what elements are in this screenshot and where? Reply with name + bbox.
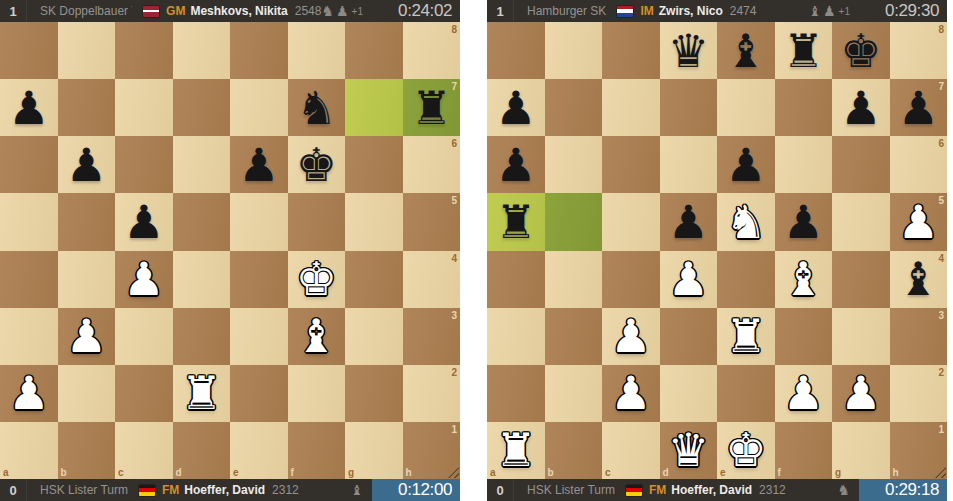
coord-rank-6: 6 bbox=[938, 138, 944, 149]
black-pawn: ♟ bbox=[0, 79, 58, 136]
square-h6[interactable]: 6 bbox=[403, 136, 461, 193]
player-bar-black-1: 1 SK Doppelbauer T… GM Meshkovs, Nikita … bbox=[0, 0, 460, 22]
board-unit-2: 1 Hamburger SK IM Zwirs, Nico 2474 ♝♟+1 … bbox=[487, 0, 947, 501]
square-f4[interactable]: ♝ bbox=[775, 251, 833, 308]
match-score: 1 bbox=[0, 0, 27, 22]
knight-icon: ♞ bbox=[837, 483, 850, 497]
white-rook: ♜ bbox=[717, 308, 775, 365]
bishop-icon: ♝ bbox=[808, 4, 821, 18]
square-e7[interactable] bbox=[717, 79, 775, 136]
square-d1[interactable]: ♛d bbox=[660, 422, 718, 479]
player-bar-white-2: 0 HSK Lister Turm FM Hoeffer, David 2312… bbox=[487, 479, 947, 501]
chess-board-2[interactable]: ♛♝♜♚8♟♟♟7♟♟6♜♟♞♟♟5♟♝♝4♟♜3♟♟♟2♜abc♛d♚efgh… bbox=[487, 22, 947, 479]
coord-rank-1: 1 bbox=[451, 424, 457, 435]
square-e2[interactable] bbox=[230, 365, 288, 422]
white-knight: ♞ bbox=[717, 193, 775, 250]
square-d2[interactable] bbox=[660, 365, 718, 422]
square-c8[interactable] bbox=[602, 22, 660, 79]
square-e7[interactable] bbox=[230, 79, 288, 136]
square-g1[interactable]: g bbox=[345, 422, 403, 479]
match-score: 0 bbox=[487, 479, 514, 501]
square-e8[interactable] bbox=[230, 22, 288, 79]
square-c5[interactable] bbox=[602, 193, 660, 250]
knight-icon: ♞ bbox=[321, 4, 334, 18]
player-rating: 2474 bbox=[730, 4, 757, 18]
player-name[interactable]: Hoeffer, David bbox=[184, 483, 265, 497]
square-g6[interactable] bbox=[832, 136, 890, 193]
black-bishop: ♝ bbox=[890, 251, 948, 308]
coord-rank-5: 5 bbox=[451, 195, 457, 206]
square-d8[interactable] bbox=[173, 22, 231, 79]
black-rook: ♜ bbox=[403, 79, 461, 136]
coord-file-c: c bbox=[118, 467, 124, 478]
square-h4[interactable]: 4 bbox=[403, 251, 461, 308]
square-f7[interactable]: ♞ bbox=[288, 79, 346, 136]
team-name: HSK Lister Turm bbox=[527, 483, 615, 497]
square-b8[interactable] bbox=[545, 22, 603, 79]
square-h5[interactable]: 5 bbox=[403, 193, 461, 250]
square-e2[interactable] bbox=[717, 365, 775, 422]
clock-white: 0:29:18 bbox=[859, 479, 947, 501]
match-score: 0 bbox=[0, 479, 27, 501]
square-e1[interactable]: e bbox=[230, 422, 288, 479]
square-g8[interactable]: ♚ bbox=[832, 22, 890, 79]
square-c7[interactable] bbox=[602, 79, 660, 136]
square-b7[interactable] bbox=[58, 79, 116, 136]
coord-file-f: f bbox=[291, 467, 294, 478]
material-diff-value: +1 bbox=[839, 6, 850, 17]
square-h1[interactable]: h1 bbox=[890, 422, 948, 479]
square-d6[interactable] bbox=[660, 136, 718, 193]
square-f5[interactable] bbox=[288, 193, 346, 250]
coord-rank-8: 8 bbox=[451, 24, 457, 35]
square-h8[interactable]: 8 bbox=[403, 22, 461, 79]
square-e8[interactable]: ♝ bbox=[717, 22, 775, 79]
white-queen: ♛ bbox=[660, 422, 718, 479]
square-b1[interactable]: b bbox=[58, 422, 116, 479]
square-c4[interactable] bbox=[602, 251, 660, 308]
square-e6[interactable]: ♟ bbox=[230, 136, 288, 193]
coord-file-c: c bbox=[605, 467, 611, 478]
square-h7[interactable]: ♜7 bbox=[403, 79, 461, 136]
square-e6[interactable]: ♟ bbox=[717, 136, 775, 193]
square-h3[interactable]: 3 bbox=[403, 308, 461, 365]
square-g3[interactable] bbox=[832, 308, 890, 365]
square-a1[interactable]: ♜a bbox=[487, 422, 545, 479]
white-pawn: ♟ bbox=[58, 308, 116, 365]
square-e4[interactable] bbox=[230, 251, 288, 308]
square-f1[interactable]: f bbox=[775, 422, 833, 479]
square-f5[interactable]: ♟ bbox=[775, 193, 833, 250]
coord-rank-4: 4 bbox=[451, 253, 457, 264]
square-a6[interactable] bbox=[0, 136, 58, 193]
square-c8[interactable] bbox=[115, 22, 173, 79]
black-pawn: ♟ bbox=[775, 193, 833, 250]
square-a8[interactable] bbox=[487, 22, 545, 79]
square-a6[interactable]: ♟ bbox=[487, 136, 545, 193]
player-name[interactable]: Hoeffer, David bbox=[671, 483, 752, 497]
black-pawn: ♟ bbox=[58, 136, 116, 193]
material-advantage: ♝♟+1 bbox=[808, 4, 850, 18]
bishop-icon: ♝ bbox=[350, 483, 363, 497]
black-pawn: ♟ bbox=[890, 79, 948, 136]
black-bishop: ♝ bbox=[717, 22, 775, 79]
square-h7[interactable]: ♟7 bbox=[890, 79, 948, 136]
square-a5[interactable] bbox=[0, 193, 58, 250]
square-d7[interactable] bbox=[660, 79, 718, 136]
square-e3[interactable] bbox=[230, 308, 288, 365]
white-pawn: ♟ bbox=[660, 251, 718, 308]
square-b2[interactable] bbox=[545, 365, 603, 422]
white-bishop: ♝ bbox=[288, 308, 346, 365]
square-d1[interactable]: d bbox=[173, 422, 231, 479]
clock-white: 0:12:00 bbox=[372, 479, 460, 501]
netherlands-flag-icon bbox=[617, 6, 633, 17]
black-pawn: ♟ bbox=[660, 193, 718, 250]
black-king: ♚ bbox=[288, 136, 346, 193]
square-h8[interactable]: 8 bbox=[890, 22, 948, 79]
square-a3[interactable] bbox=[487, 308, 545, 365]
black-pawn: ♟ bbox=[487, 79, 545, 136]
clock-black: 0:24:02 bbox=[372, 0, 460, 22]
coord-file-h: h bbox=[406, 467, 412, 478]
square-a1[interactable]: a bbox=[0, 422, 58, 479]
square-c3[interactable]: ♟ bbox=[602, 308, 660, 365]
match-score: 1 bbox=[487, 0, 514, 22]
square-g8[interactable] bbox=[345, 22, 403, 79]
black-pawn: ♟ bbox=[230, 136, 288, 193]
coord-file-b: b bbox=[548, 467, 554, 478]
chess-board-1[interactable]: 8♟♞♜7♟♟♚6♟5♟♚4♟♝3♟♜2abcdefgh1 bbox=[0, 22, 460, 479]
square-g7[interactable]: ♟ bbox=[832, 79, 890, 136]
square-f2[interactable]: ♟ bbox=[775, 365, 833, 422]
broadcast-boards: 1 SK Doppelbauer T… GM Meshkovs, Nikita … bbox=[0, 0, 953, 501]
coord-rank-8: 8 bbox=[938, 24, 944, 35]
player-title: GM bbox=[166, 4, 185, 18]
square-h4[interactable]: ♝4 bbox=[890, 251, 948, 308]
coord-rank-1: 1 bbox=[938, 424, 944, 435]
square-d6[interactable] bbox=[173, 136, 231, 193]
black-pawn: ♟ bbox=[115, 193, 173, 250]
square-d7[interactable] bbox=[173, 79, 231, 136]
team-name: Hamburger SK bbox=[527, 4, 606, 18]
team-name: HSK Lister Turm bbox=[40, 483, 128, 497]
square-f8[interactable]: ♜ bbox=[775, 22, 833, 79]
player-name[interactable]: Meshkovs, Nikita bbox=[190, 4, 287, 18]
white-pawn: ♟ bbox=[890, 193, 948, 250]
flag-stripe bbox=[139, 492, 155, 496]
square-f2[interactable] bbox=[288, 365, 346, 422]
coord-rank-2: 2 bbox=[451, 367, 457, 378]
white-pawn: ♟ bbox=[775, 365, 833, 422]
player-bar-black-2: 1 Hamburger SK IM Zwirs, Nico 2474 ♝♟+1 … bbox=[487, 0, 947, 22]
coord-rank-3: 3 bbox=[451, 310, 457, 321]
square-a4[interactable] bbox=[487, 251, 545, 308]
flag-stripe bbox=[143, 12, 159, 16]
square-e1[interactable]: ♚e bbox=[717, 422, 775, 479]
square-e5[interactable]: ♞ bbox=[717, 193, 775, 250]
square-g7[interactable] bbox=[345, 79, 403, 136]
coord-rank-3: 3 bbox=[938, 310, 944, 321]
coord-file-g: g bbox=[348, 467, 354, 478]
white-rook: ♜ bbox=[173, 365, 231, 422]
material-advantage: ♞♟+1 bbox=[321, 4, 363, 18]
white-bishop: ♝ bbox=[775, 251, 833, 308]
pawn-icon: ♟ bbox=[823, 4, 836, 18]
white-king: ♚ bbox=[288, 251, 346, 308]
white-pawn: ♟ bbox=[602, 365, 660, 422]
square-a3[interactable] bbox=[0, 308, 58, 365]
square-c3[interactable] bbox=[115, 308, 173, 365]
black-rook: ♜ bbox=[775, 22, 833, 79]
black-pawn: ♟ bbox=[487, 136, 545, 193]
square-f7[interactable] bbox=[775, 79, 833, 136]
white-king: ♚ bbox=[717, 422, 775, 479]
square-d4[interactable] bbox=[173, 251, 231, 308]
coord-file-b: b bbox=[61, 467, 67, 478]
square-h2[interactable]: 2 bbox=[890, 365, 948, 422]
square-b6[interactable] bbox=[545, 136, 603, 193]
white-pawn: ♟ bbox=[602, 308, 660, 365]
player-rating: 2312 bbox=[272, 483, 299, 497]
square-b1[interactable]: b bbox=[545, 422, 603, 479]
square-b8[interactable] bbox=[58, 22, 116, 79]
square-c2[interactable]: ♟ bbox=[602, 365, 660, 422]
team-name: SK Doppelbauer T… bbox=[40, 4, 132, 18]
coord-file-h: h bbox=[893, 467, 899, 478]
square-d2[interactable]: ♜ bbox=[173, 365, 231, 422]
square-b2[interactable] bbox=[58, 365, 116, 422]
square-b7[interactable] bbox=[545, 79, 603, 136]
player-title: FM bbox=[162, 483, 179, 497]
square-g4[interactable] bbox=[345, 251, 403, 308]
square-c1[interactable]: c bbox=[602, 422, 660, 479]
square-a7[interactable]: ♟ bbox=[0, 79, 58, 136]
square-b3[interactable] bbox=[545, 308, 603, 365]
square-c2[interactable] bbox=[115, 365, 173, 422]
coord-file-f: f bbox=[778, 467, 781, 478]
square-b3[interactable]: ♟ bbox=[58, 308, 116, 365]
coord-rank-6: 6 bbox=[451, 138, 457, 149]
germany-flag-icon bbox=[139, 485, 155, 496]
player-title: IM bbox=[640, 4, 653, 18]
black-queen: ♛ bbox=[660, 22, 718, 79]
square-f6[interactable] bbox=[775, 136, 833, 193]
square-c4[interactable]: ♟ bbox=[115, 251, 173, 308]
material-diff-value: +1 bbox=[352, 6, 363, 17]
square-d4[interactable]: ♟ bbox=[660, 251, 718, 308]
coord-rank-2: 2 bbox=[938, 367, 944, 378]
square-g3[interactable] bbox=[345, 308, 403, 365]
latvia-flag-icon bbox=[143, 6, 159, 17]
square-b4[interactable] bbox=[58, 251, 116, 308]
square-a4[interactable] bbox=[0, 251, 58, 308]
flag-stripe bbox=[617, 13, 633, 17]
player-rating: 2548 bbox=[295, 4, 322, 18]
square-a2[interactable] bbox=[487, 365, 545, 422]
square-f3[interactable]: ♝ bbox=[288, 308, 346, 365]
black-knight: ♞ bbox=[288, 79, 346, 136]
square-h6[interactable]: 6 bbox=[890, 136, 948, 193]
square-g5[interactable] bbox=[345, 193, 403, 250]
square-f3[interactable] bbox=[775, 308, 833, 365]
white-rook: ♜ bbox=[487, 422, 545, 479]
square-g1[interactable]: g bbox=[832, 422, 890, 479]
black-pawn: ♟ bbox=[717, 136, 775, 193]
pawn-icon: ♟ bbox=[336, 4, 349, 18]
material-advantage: ♝ bbox=[350, 483, 363, 497]
square-d8[interactable]: ♛ bbox=[660, 22, 718, 79]
square-b6[interactable]: ♟ bbox=[58, 136, 116, 193]
square-c5[interactable]: ♟ bbox=[115, 193, 173, 250]
material-advantage: ♞ bbox=[837, 483, 850, 497]
black-king: ♚ bbox=[832, 22, 890, 79]
square-g5[interactable] bbox=[832, 193, 890, 250]
square-b4[interactable] bbox=[545, 251, 603, 308]
coord-file-e: e bbox=[233, 467, 239, 478]
square-e3[interactable]: ♜ bbox=[717, 308, 775, 365]
coord-file-g: g bbox=[835, 467, 841, 478]
square-e5[interactable] bbox=[230, 193, 288, 250]
square-f1[interactable]: f bbox=[288, 422, 346, 479]
square-a7[interactable]: ♟ bbox=[487, 79, 545, 136]
square-b5[interactable] bbox=[545, 193, 603, 250]
white-pawn: ♟ bbox=[832, 365, 890, 422]
square-g4[interactable] bbox=[832, 251, 890, 308]
clock-black: 0:29:30 bbox=[859, 0, 947, 22]
player-name[interactable]: Zwirs, Nico bbox=[659, 4, 723, 18]
white-pawn: ♟ bbox=[115, 251, 173, 308]
player-rating: 2312 bbox=[759, 483, 786, 497]
square-d5[interactable] bbox=[173, 193, 231, 250]
square-f4[interactable]: ♚ bbox=[288, 251, 346, 308]
square-h5[interactable]: ♟5 bbox=[890, 193, 948, 250]
square-a2[interactable]: ♟ bbox=[0, 365, 58, 422]
square-g2[interactable]: ♟ bbox=[832, 365, 890, 422]
player-bar-white-1: 0 HSK Lister Turm FM Hoeffer, David 2312… bbox=[0, 479, 460, 501]
player-title: FM bbox=[649, 483, 666, 497]
square-b5[interactable] bbox=[58, 193, 116, 250]
black-rook: ♜ bbox=[487, 193, 545, 250]
black-pawn: ♟ bbox=[832, 79, 890, 136]
square-g2[interactable] bbox=[345, 365, 403, 422]
square-e4[interactable] bbox=[717, 251, 775, 308]
square-g6[interactable] bbox=[345, 136, 403, 193]
square-d5[interactable]: ♟ bbox=[660, 193, 718, 250]
coord-file-a: a bbox=[3, 467, 9, 478]
square-h3[interactable]: 3 bbox=[890, 308, 948, 365]
square-c7[interactable] bbox=[115, 79, 173, 136]
square-f6[interactable]: ♚ bbox=[288, 136, 346, 193]
square-c6[interactable] bbox=[602, 136, 660, 193]
square-a5[interactable]: ♜ bbox=[487, 193, 545, 250]
coord-file-d: d bbox=[176, 467, 182, 478]
board-unit-1: 1 SK Doppelbauer T… GM Meshkovs, Nikita … bbox=[0, 0, 460, 501]
square-h1[interactable]: h1 bbox=[403, 422, 461, 479]
flag-stripe bbox=[626, 492, 642, 496]
square-h2[interactable]: 2 bbox=[403, 365, 461, 422]
square-f8[interactable] bbox=[288, 22, 346, 79]
square-a8[interactable] bbox=[0, 22, 58, 79]
germany-flag-icon bbox=[626, 485, 642, 496]
square-d3[interactable] bbox=[660, 308, 718, 365]
white-pawn: ♟ bbox=[0, 365, 58, 422]
square-c6[interactable] bbox=[115, 136, 173, 193]
square-c1[interactable]: c bbox=[115, 422, 173, 479]
square-d3[interactable] bbox=[173, 308, 231, 365]
